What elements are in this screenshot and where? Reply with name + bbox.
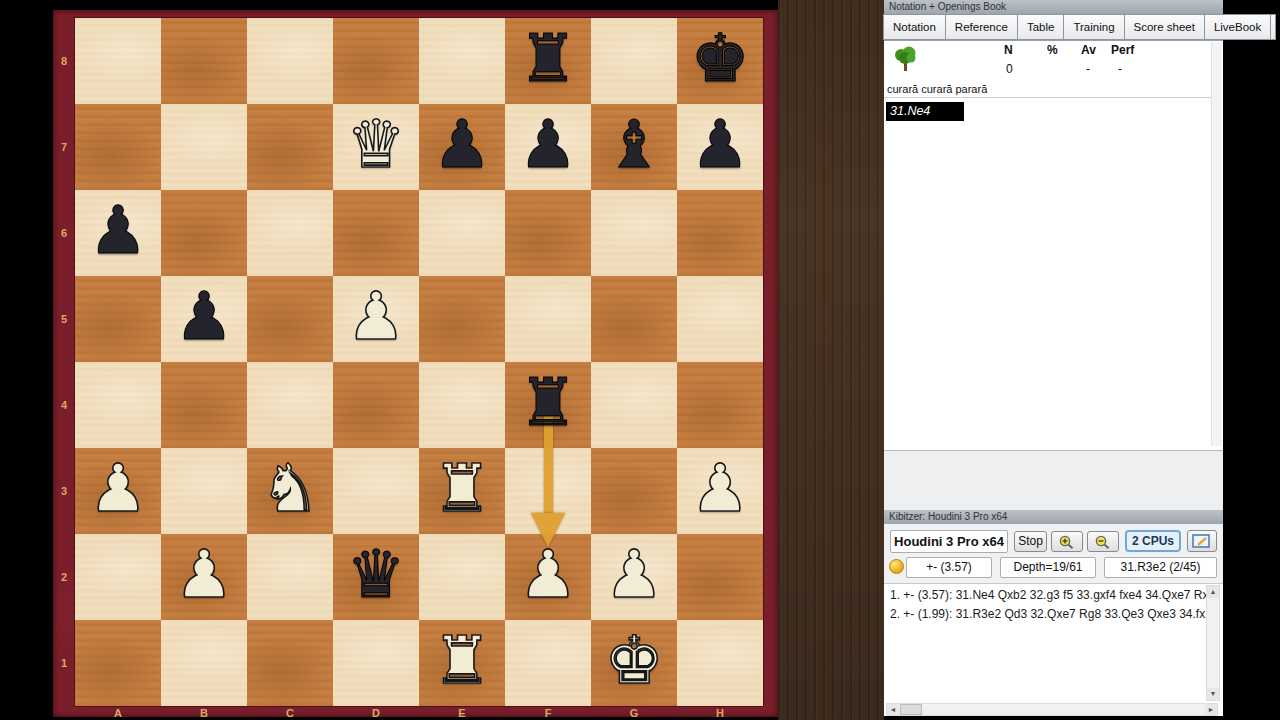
notepad-pencil-icon: [1192, 534, 1212, 550]
square-f4[interactable]: ♜: [505, 362, 591, 448]
board-grid[interactable]: ♜♚♛♟♟♝♟♟♟♟♜♟♞♜♟♟♛♟♟♜♚: [75, 18, 763, 706]
black-pawn[interactable]: ♟: [161, 276, 247, 362]
book-col-perf: Perf: [1111, 43, 1134, 57]
square-c3[interactable]: ♞: [247, 448, 333, 534]
black-pawn[interactable]: ♟: [419, 104, 505, 190]
kibitzer-titlebar[interactable]: Kibitzer: Houdini 3 Pro x64: [884, 510, 1223, 524]
rank-label-6: 6: [53, 190, 75, 276]
black-queen[interactable]: ♛: [333, 534, 419, 620]
square-c6[interactable]: [247, 190, 333, 276]
black-pawn[interactable]: ♟: [505, 104, 591, 190]
file-label-D: D: [333, 707, 419, 720]
square-h1[interactable]: [677, 620, 763, 706]
white-pawn[interactable]: ♟: [161, 534, 247, 620]
square-h6[interactable]: [677, 190, 763, 276]
square-f1[interactable]: [505, 620, 591, 706]
square-d2[interactable]: ♛: [333, 534, 419, 620]
white-queen[interactable]: ♛: [333, 104, 419, 190]
square-a4[interactable]: [75, 362, 161, 448]
square-e2[interactable]: [419, 534, 505, 620]
square-c8[interactable]: [247, 18, 333, 104]
square-d1[interactable]: [333, 620, 419, 706]
black-pawn[interactable]: ♟: [75, 190, 161, 276]
square-c7[interactable]: [247, 104, 333, 190]
black-king[interactable]: ♚: [677, 18, 763, 104]
file-label-F: F: [505, 707, 591, 720]
square-a2[interactable]: [75, 534, 161, 620]
selected-move-highlight[interactable]: 31.Ne4: [886, 102, 964, 121]
square-f2[interactable]: ♟: [505, 534, 591, 620]
rank-label-7: 7: [53, 104, 75, 190]
square-a3[interactable]: ♟: [75, 448, 161, 534]
square-h5[interactable]: [677, 276, 763, 362]
openings-book-area: curară curară parară N % Av Perf 0 - - 3…: [884, 41, 1223, 450]
black-rook[interactable]: ♜: [505, 362, 591, 448]
kibitzer-panel: Kibitzer: Houdini 3 Pro x64 Houdini 3 Pr…: [884, 510, 1223, 716]
square-d4[interactable]: [333, 362, 419, 448]
white-pawn[interactable]: ♟: [677, 448, 763, 534]
openings-book-tree-icon: [893, 44, 919, 74]
engine-vertical-scrollbar[interactable]: ▲ ▼: [1206, 585, 1220, 701]
rank-label-8: 8: [53, 18, 75, 104]
square-c4[interactable]: [247, 362, 333, 448]
scrollbar-thumb[interactable]: [900, 704, 922, 715]
square-f5[interactable]: [505, 276, 591, 362]
black-rook[interactable]: ♜: [505, 18, 591, 104]
square-b6[interactable]: [161, 190, 247, 276]
scroll-down-icon[interactable]: ▼: [1207, 688, 1219, 700]
square-h7[interactable]: ♟: [677, 104, 763, 190]
current-move-box[interactable]: 31.R3e2 (2/45): [1104, 557, 1217, 578]
book-col-av: Av: [1081, 43, 1096, 57]
zoom-in-button[interactable]: [1051, 531, 1083, 552]
square-e7[interactable]: ♟: [419, 104, 505, 190]
book-separator: [884, 97, 1214, 98]
square-a5[interactable]: [75, 276, 161, 362]
annotate-button[interactable]: [1187, 530, 1217, 552]
square-h3[interactable]: ♟: [677, 448, 763, 534]
white-knight[interactable]: ♞: [247, 448, 333, 534]
engine-line-1[interactable]: 1. +- (3.57): 31.Ne4 Qxb2 32.g3 f5 33.gx…: [884, 587, 1223, 603]
notation-panel-titlebar[interactable]: Notation + Openings Book: [884, 0, 1223, 14]
square-h4[interactable]: [677, 362, 763, 448]
square-f6[interactable]: [505, 190, 591, 276]
engine-lines-area[interactable]: 1. +- (3.57): 31.Ne4 Qxb2 32.g3 f5 33.gx…: [884, 583, 1223, 704]
square-e5[interactable]: [419, 276, 505, 362]
square-e1[interactable]: ♜: [419, 620, 505, 706]
square-h8[interactable]: ♚: [677, 18, 763, 104]
square-g6[interactable]: [591, 190, 677, 276]
stop-button[interactable]: Stop: [1014, 531, 1047, 552]
square-d5[interactable]: ♟: [333, 276, 419, 362]
white-pawn[interactable]: ♟: [505, 534, 591, 620]
tab-training[interactable]: Training: [1063, 14, 1124, 40]
black-pawn[interactable]: ♟: [677, 104, 763, 190]
notation-tabs: NotationReferenceTableTrainingScore shee…: [884, 14, 1223, 41]
application-window: ♜♚♛♟♟♝♟♟♟♟♜♟♞♜♟♟♛♟♟♜♚ 87654321 ABCDEFGH …: [0, 0, 1280, 720]
square-g3[interactable]: [591, 448, 677, 534]
square-c5[interactable]: [247, 276, 333, 362]
white-rook[interactable]: ♜: [419, 448, 505, 534]
square-d7[interactable]: ♛: [333, 104, 419, 190]
black-bishop[interactable]: ♝: [591, 104, 677, 190]
square-b5[interactable]: ♟: [161, 276, 247, 362]
white-pawn[interactable]: ♟: [591, 534, 677, 620]
square-b4[interactable]: [161, 362, 247, 448]
square-e6[interactable]: [419, 190, 505, 276]
book-move-caption[interactable]: curară curară parară: [887, 83, 987, 95]
square-c2[interactable]: [247, 534, 333, 620]
magnifier-minus-icon: [1094, 534, 1112, 550]
square-d8[interactable]: [333, 18, 419, 104]
white-king[interactable]: ♚: [591, 620, 677, 706]
square-a1[interactable]: [75, 620, 161, 706]
square-b3[interactable]: [161, 448, 247, 534]
square-d6[interactable]: [333, 190, 419, 276]
square-g2[interactable]: ♟: [591, 534, 677, 620]
square-f7[interactable]: ♟: [505, 104, 591, 190]
panel-gap: [884, 450, 1223, 511]
square-b8[interactable]: [161, 18, 247, 104]
square-e4[interactable]: [419, 362, 505, 448]
rank-label-3: 3: [53, 448, 75, 534]
tab-table[interactable]: Table: [1017, 14, 1065, 40]
tab-reference[interactable]: Reference: [945, 14, 1018, 40]
notation-scrollbar[interactable]: [1211, 42, 1222, 446]
square-b2[interactable]: ♟: [161, 534, 247, 620]
book-row-perf: -: [1118, 62, 1122, 76]
book-row-n: 0: [1006, 62, 1013, 76]
engine-status-ball: [889, 559, 904, 574]
zoom-out-button[interactable]: [1087, 531, 1119, 552]
rank-label-4: 4: [53, 362, 75, 448]
square-g5[interactable]: [591, 276, 677, 362]
white-pawn[interactable]: ♟: [333, 276, 419, 362]
engine-name-box[interactable]: Houdini 3 Pro x64: [890, 530, 1008, 553]
rank-label-1: 1: [53, 620, 75, 706]
file-label-G: G: [591, 707, 677, 720]
engine-horizontal-scrollbar[interactable]: ◄ ►: [886, 703, 1218, 716]
evaluation-box[interactable]: +- (3.57): [906, 557, 992, 578]
square-d3[interactable]: [333, 448, 419, 534]
square-f8[interactable]: ♜: [505, 18, 591, 104]
chess-board-frame: ♜♚♛♟♟♝♟♟♟♟♜♟♞♜♟♟♛♟♟♜♚ 87654321 ABCDEFGH: [53, 10, 778, 717]
book-row-av: -: [1086, 62, 1090, 76]
white-pawn[interactable]: ♟: [75, 448, 161, 534]
square-a8[interactable]: [75, 18, 161, 104]
square-g4[interactable]: [591, 362, 677, 448]
square-g7[interactable]: ♝: [591, 104, 677, 190]
cpus-button[interactable]: 2 CPUs: [1125, 530, 1181, 552]
notation-openings-panel: Notation + Openings Book NotationReferen…: [884, 0, 1223, 716]
rank-label-2: 2: [53, 534, 75, 620]
tab-score-sheet[interactable]: Score sheet: [1124, 14, 1205, 40]
scroll-right-icon[interactable]: ►: [1205, 704, 1217, 715]
white-rook[interactable]: ♜: [419, 620, 505, 706]
tab-o[interactable]: O: [1270, 14, 1276, 40]
file-label-E: E: [419, 707, 505, 720]
scroll-up-icon[interactable]: ▲: [1207, 586, 1219, 598]
file-label-A: A: [75, 707, 161, 720]
book-col-n: N: [1004, 43, 1013, 57]
tab-notation[interactable]: Notation: [883, 14, 946, 40]
tab-livebook[interactable]: LiveBook: [1204, 14, 1271, 40]
square-e3[interactable]: ♜: [419, 448, 505, 534]
rank-label-5: 5: [53, 276, 75, 362]
square-c1[interactable]: [247, 620, 333, 706]
engine-line-2[interactable]: 2. +- (1.99): 31.R3e2 Qd3 32.Qxe7 Rg8 33…: [884, 606, 1223, 622]
square-h2[interactable]: [677, 534, 763, 620]
square-b1[interactable]: [161, 620, 247, 706]
background-wood-panel: [778, 0, 884, 720]
magnifier-plus-icon: [1058, 534, 1076, 550]
depth-box[interactable]: Depth=19/61: [1000, 557, 1096, 578]
square-a7[interactable]: [75, 104, 161, 190]
square-g1[interactable]: ♚: [591, 620, 677, 706]
scroll-left-icon[interactable]: ◄: [887, 704, 899, 715]
square-e8[interactable]: [419, 18, 505, 104]
file-label-B: B: [161, 707, 247, 720]
square-b7[interactable]: [161, 104, 247, 190]
file-label-H: H: [677, 707, 763, 720]
file-label-C: C: [247, 707, 333, 720]
book-col-pct: %: [1047, 43, 1058, 57]
square-a6[interactable]: ♟: [75, 190, 161, 276]
square-g8[interactable]: [591, 18, 677, 104]
